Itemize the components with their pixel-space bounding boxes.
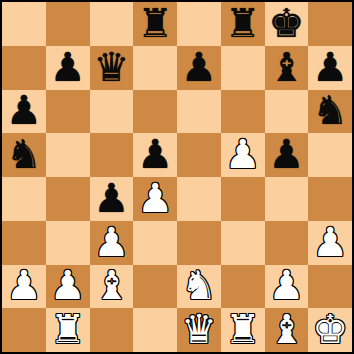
square-c4[interactable]: ♟	[90, 177, 134, 221]
piece-white-pawn[interactable]: ♟	[50, 265, 86, 305]
square-h3[interactable]: ♟	[308, 221, 352, 265]
square-d7[interactable]	[133, 46, 177, 90]
piece-black-bishop[interactable]: ♝	[268, 47, 304, 87]
square-d1[interactable]	[133, 308, 177, 352]
square-f6[interactable]	[221, 90, 265, 134]
piece-white-bishop[interactable]: ♝	[93, 265, 129, 305]
piece-white-rook[interactable]: ♜	[50, 309, 86, 349]
square-d2[interactable]	[133, 265, 177, 309]
square-g5[interactable]: ♟	[265, 133, 309, 177]
piece-white-bishop[interactable]: ♝	[268, 309, 304, 349]
square-f8[interactable]: ♜	[221, 2, 265, 46]
square-g3[interactable]	[265, 221, 309, 265]
square-f1[interactable]: ♜	[221, 308, 265, 352]
piece-black-pawn[interactable]: ♟	[268, 134, 304, 174]
square-a2[interactable]: ♟	[2, 265, 46, 309]
square-c1[interactable]	[90, 308, 134, 352]
square-c6[interactable]	[90, 90, 134, 134]
piece-black-pawn[interactable]: ♟	[181, 47, 217, 87]
square-h4[interactable]	[308, 177, 352, 221]
square-c8[interactable]	[90, 2, 134, 46]
piece-white-pawn[interactable]: ♟	[93, 222, 129, 262]
square-g1[interactable]: ♝	[265, 308, 309, 352]
square-a4[interactable]	[2, 177, 46, 221]
square-g4[interactable]	[265, 177, 309, 221]
square-b8[interactable]	[46, 2, 90, 46]
square-g6[interactable]	[265, 90, 309, 134]
piece-white-pawn[interactable]: ♟	[137, 178, 173, 218]
piece-black-pawn[interactable]: ♟	[50, 47, 86, 87]
square-e7[interactable]: ♟	[177, 46, 221, 90]
square-e6[interactable]	[177, 90, 221, 134]
square-b1[interactable]: ♜	[46, 308, 90, 352]
piece-black-knight[interactable]: ♞	[6, 134, 42, 174]
square-h6[interactable]: ♞	[308, 90, 352, 134]
piece-black-pawn[interactable]: ♟	[312, 47, 348, 87]
square-b3[interactable]	[46, 221, 90, 265]
piece-black-rook[interactable]: ♜	[137, 3, 173, 43]
square-b6[interactable]	[46, 90, 90, 134]
square-c3[interactable]: ♟	[90, 221, 134, 265]
square-b7[interactable]: ♟	[46, 46, 90, 90]
square-c2[interactable]: ♝	[90, 265, 134, 309]
piece-black-king[interactable]: ♚	[268, 3, 304, 43]
square-h8[interactable]	[308, 2, 352, 46]
square-h2[interactable]	[308, 265, 352, 309]
square-a5[interactable]: ♞	[2, 133, 46, 177]
chess-board: ♜♜♚♟♛♟♝♟♟♞♞♟♟♟♟♟♟♟♟♟♝♞♟♜♛♜♝♚	[2, 2, 352, 352]
square-c7[interactable]: ♛	[90, 46, 134, 90]
square-e1[interactable]: ♛	[177, 308, 221, 352]
square-d5[interactable]: ♟	[133, 133, 177, 177]
piece-white-king[interactable]: ♚	[312, 309, 348, 349]
piece-black-rook[interactable]: ♜	[225, 3, 261, 43]
square-e8[interactable]	[177, 2, 221, 46]
square-e4[interactable]	[177, 177, 221, 221]
square-f7[interactable]	[221, 46, 265, 90]
piece-white-pawn[interactable]: ♟	[268, 265, 304, 305]
square-a7[interactable]	[2, 46, 46, 90]
square-f4[interactable]	[221, 177, 265, 221]
square-d6[interactable]	[133, 90, 177, 134]
square-b4[interactable]	[46, 177, 90, 221]
piece-white-queen[interactable]: ♛	[181, 309, 217, 349]
square-h5[interactable]	[308, 133, 352, 177]
piece-white-pawn[interactable]: ♟	[225, 134, 261, 174]
square-d4[interactable]: ♟	[133, 177, 177, 221]
piece-white-pawn[interactable]: ♟	[312, 222, 348, 262]
square-g7[interactable]: ♝	[265, 46, 309, 90]
square-c5[interactable]	[90, 133, 134, 177]
board-frame: ♜♜♚♟♛♟♝♟♟♞♞♟♟♟♟♟♟♟♟♟♝♞♟♜♛♜♝♚	[0, 0, 354, 354]
square-b5[interactable]	[46, 133, 90, 177]
square-f2[interactable]	[221, 265, 265, 309]
square-f5[interactable]: ♟	[221, 133, 265, 177]
piece-black-knight[interactable]: ♞	[312, 90, 348, 130]
piece-white-pawn[interactable]: ♟	[6, 265, 42, 305]
square-f3[interactable]	[221, 221, 265, 265]
square-a1[interactable]	[2, 308, 46, 352]
square-d8[interactable]: ♜	[133, 2, 177, 46]
piece-black-pawn[interactable]: ♟	[6, 90, 42, 130]
piece-black-pawn[interactable]: ♟	[137, 134, 173, 174]
square-a3[interactable]	[2, 221, 46, 265]
square-a8[interactable]	[2, 2, 46, 46]
piece-white-rook[interactable]: ♜	[225, 309, 261, 349]
square-a6[interactable]: ♟	[2, 90, 46, 134]
piece-black-queen[interactable]: ♛	[93, 47, 129, 87]
square-h7[interactable]: ♟	[308, 46, 352, 90]
piece-white-knight[interactable]: ♞	[181, 265, 217, 305]
square-g8[interactable]: ♚	[265, 2, 309, 46]
square-e5[interactable]	[177, 133, 221, 177]
square-h1[interactable]: ♚	[308, 308, 352, 352]
square-e2[interactable]: ♞	[177, 265, 221, 309]
square-b2[interactable]: ♟	[46, 265, 90, 309]
square-d3[interactable]	[133, 221, 177, 265]
piece-black-pawn[interactable]: ♟	[93, 178, 129, 218]
square-e3[interactable]	[177, 221, 221, 265]
square-g2[interactable]: ♟	[265, 265, 309, 309]
